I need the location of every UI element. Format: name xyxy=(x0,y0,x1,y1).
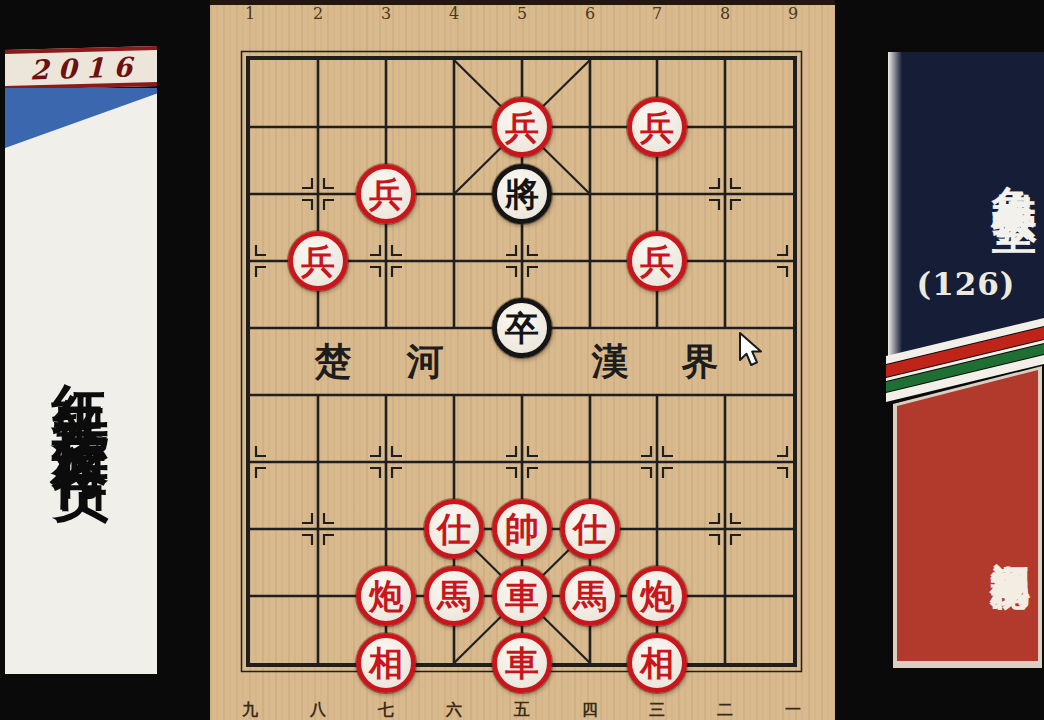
piece-red-炮[interactable]: 炮 xyxy=(627,566,687,626)
bottom-coordinate-label: 四 xyxy=(582,700,598,719)
top-coordinate-label: 5 xyxy=(517,4,527,23)
piece-red-兵[interactable]: 兵 xyxy=(627,97,687,157)
top-coordinate-label: 9 xyxy=(788,4,798,23)
bottom-coordinate-label: 八 xyxy=(309,700,327,719)
classroom-title: 象棋教室 xyxy=(888,58,1044,270)
year-label: 2016 xyxy=(21,51,141,85)
xiangqi-board[interactable]: 楚河漢界123456789九八七六五四三二一 兵兵兵將兵兵卒仕帥仕炮馬車馬炮相車… xyxy=(210,0,835,720)
left-banner-panel: 红先黑后长将作负 xyxy=(5,88,157,674)
year-band: 2016 xyxy=(5,46,157,90)
river-text: 漢 xyxy=(591,339,629,383)
piece-red-兵[interactable]: 兵 xyxy=(288,231,348,291)
piece-red-相[interactable]: 相 xyxy=(356,633,416,693)
piece-red-仕[interactable]: 仕 xyxy=(560,499,620,559)
puzzle-condition-title: 红先黑后长将作负 xyxy=(5,102,157,668)
series-panel: 江湖残局揭秘 xyxy=(897,370,1038,661)
left-banner: 2016 红先黑后长将作负 xyxy=(5,48,157,676)
top-coordinate-label: 6 xyxy=(585,4,595,23)
episode-number: (126) xyxy=(888,266,1044,302)
piece-red-兵[interactable]: 兵 xyxy=(356,164,416,224)
bottom-coordinate-label: 六 xyxy=(445,700,462,719)
piece-red-帥[interactable]: 帥 xyxy=(492,499,552,559)
top-coordinate-label: 8 xyxy=(720,4,730,23)
mouse-cursor-icon xyxy=(737,332,765,372)
piece-red-兵[interactable]: 兵 xyxy=(627,231,687,291)
piece-red-炮[interactable]: 炮 xyxy=(356,566,416,626)
piece-red-馬[interactable]: 馬 xyxy=(424,566,484,626)
bottom-coordinate-label: 五 xyxy=(513,700,530,719)
piece-black-卒[interactable]: 卒 xyxy=(492,298,552,358)
bottom-coordinate-label: 一 xyxy=(785,700,801,719)
piece-black-將[interactable]: 將 xyxy=(492,164,552,224)
top-coordinate-label: 7 xyxy=(652,4,662,23)
right-banner: 象棋教室 (126) 江湖残局揭秘 xyxy=(888,0,1044,720)
top-coordinate-label: 3 xyxy=(381,4,391,23)
video-frame: 2016 红先黑后长将作负 楚河漢界123456789九八七六五四三二一 兵兵兵… xyxy=(0,0,1044,720)
series-panel-frame: 江湖残局揭秘 xyxy=(893,366,1042,668)
piece-red-車[interactable]: 車 xyxy=(492,566,552,626)
top-coordinate-label: 2 xyxy=(313,4,323,23)
piece-red-仕[interactable]: 仕 xyxy=(424,499,484,559)
piece-red-相[interactable]: 相 xyxy=(627,633,687,693)
bottom-coordinate-label: 九 xyxy=(241,700,259,719)
bottom-coordinate-label: 二 xyxy=(717,700,733,719)
top-coordinate-label: 1 xyxy=(245,4,255,23)
bottom-coordinate-label: 三 xyxy=(649,700,665,719)
piece-red-兵[interactable]: 兵 xyxy=(492,97,552,157)
river-text: 界 xyxy=(681,339,719,383)
river-text: 河 xyxy=(406,339,444,383)
bottom-coordinate-label: 七 xyxy=(377,700,394,719)
piece-red-馬[interactable]: 馬 xyxy=(560,566,620,626)
classroom-panel: 象棋教室 (126) xyxy=(888,52,1044,364)
top-coordinate-label: 4 xyxy=(449,4,459,23)
river-text: 楚 xyxy=(314,339,352,383)
piece-red-車[interactable]: 車 xyxy=(492,633,552,693)
series-title: 江湖残局揭秘 xyxy=(897,414,1038,662)
